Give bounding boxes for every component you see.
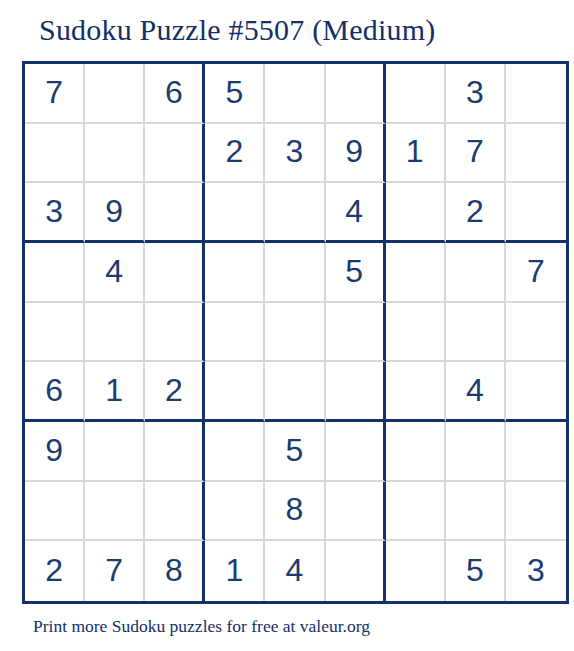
cell-r1c4[interactable]: 5 xyxy=(205,64,265,124)
cell-r6c8[interactable]: 4 xyxy=(446,362,506,422)
cell-r4c7[interactable] xyxy=(386,243,446,303)
cell-r6c6[interactable] xyxy=(326,362,386,422)
cell-r7c3[interactable] xyxy=(145,422,205,482)
cell-r8c1[interactable] xyxy=(25,482,85,542)
cell-r4c2[interactable]: 4 xyxy=(85,243,145,303)
cell-r4c5[interactable] xyxy=(265,243,325,303)
cell-r9c5[interactable]: 4 xyxy=(265,541,325,601)
cell-r5c3[interactable] xyxy=(145,303,205,363)
cell-r1c2[interactable] xyxy=(85,64,145,124)
cell-r8c8[interactable] xyxy=(446,482,506,542)
cell-r8c2[interactable] xyxy=(85,482,145,542)
cell-r2c4[interactable]: 2 xyxy=(205,124,265,184)
page-title: Sudoku Puzzle #5507 (Medium) xyxy=(39,13,435,47)
cell-r9c3[interactable]: 8 xyxy=(145,541,205,601)
cell-r9c8[interactable]: 5 xyxy=(446,541,506,601)
cell-r4c1[interactable] xyxy=(25,243,85,303)
cell-r1c5[interactable] xyxy=(265,64,325,124)
cell-r4c4[interactable] xyxy=(205,243,265,303)
cell-r1c1[interactable]: 7 xyxy=(25,64,85,124)
cell-r3c2[interactable]: 9 xyxy=(85,183,145,243)
cell-r8c7[interactable] xyxy=(386,482,446,542)
cell-r6c9[interactable] xyxy=(506,362,566,422)
cell-r2c9[interactable] xyxy=(506,124,566,184)
cell-r1c6[interactable] xyxy=(326,64,386,124)
cell-r8c5[interactable]: 8 xyxy=(265,482,325,542)
cell-r4c9[interactable]: 7 xyxy=(506,243,566,303)
cell-r7c9[interactable] xyxy=(506,422,566,482)
cell-r2c1[interactable] xyxy=(25,124,85,184)
cell-r5c4[interactable] xyxy=(205,303,265,363)
cell-r6c7[interactable] xyxy=(386,362,446,422)
cell-r5c2[interactable] xyxy=(85,303,145,363)
cell-r9c7[interactable] xyxy=(386,541,446,601)
cell-r7c5[interactable]: 5 xyxy=(265,422,325,482)
footer-text: Print more Sudoku puzzles for free at va… xyxy=(33,616,370,637)
cell-r3c9[interactable] xyxy=(506,183,566,243)
cell-r4c8[interactable] xyxy=(446,243,506,303)
cell-r7c2[interactable] xyxy=(85,422,145,482)
cell-r3c1[interactable]: 3 xyxy=(25,183,85,243)
cell-r2c8[interactable]: 7 xyxy=(446,124,506,184)
cell-r1c9[interactable] xyxy=(506,64,566,124)
cell-r3c4[interactable] xyxy=(205,183,265,243)
cell-r5c7[interactable] xyxy=(386,303,446,363)
cell-r3c6[interactable]: 4 xyxy=(326,183,386,243)
cell-r8c4[interactable] xyxy=(205,482,265,542)
cell-r7c8[interactable] xyxy=(446,422,506,482)
cell-r2c3[interactable] xyxy=(145,124,205,184)
cell-r6c5[interactable] xyxy=(265,362,325,422)
cell-r9c2[interactable]: 7 xyxy=(85,541,145,601)
cell-r3c3[interactable] xyxy=(145,183,205,243)
cell-r9c1[interactable]: 2 xyxy=(25,541,85,601)
cell-r5c6[interactable] xyxy=(326,303,386,363)
cell-r4c6[interactable]: 5 xyxy=(326,243,386,303)
cell-r8c6[interactable] xyxy=(326,482,386,542)
sudoku-grid: 765323917394245761249582781453 xyxy=(22,61,569,604)
cell-r8c3[interactable] xyxy=(145,482,205,542)
cell-r2c2[interactable] xyxy=(85,124,145,184)
cell-r6c4[interactable] xyxy=(205,362,265,422)
cell-r9c6[interactable] xyxy=(326,541,386,601)
cell-r5c8[interactable] xyxy=(446,303,506,363)
cell-r3c5[interactable] xyxy=(265,183,325,243)
cell-r6c1[interactable]: 6 xyxy=(25,362,85,422)
cell-r2c7[interactable]: 1 xyxy=(386,124,446,184)
cell-r9c9[interactable]: 3 xyxy=(506,541,566,601)
cell-r8c9[interactable] xyxy=(506,482,566,542)
cell-r7c6[interactable] xyxy=(326,422,386,482)
cell-r9c4[interactable]: 1 xyxy=(205,541,265,601)
cell-r1c3[interactable]: 6 xyxy=(145,64,205,124)
cell-r4c3[interactable] xyxy=(145,243,205,303)
cell-r7c1[interactable]: 9 xyxy=(25,422,85,482)
cell-r3c8[interactable]: 2 xyxy=(446,183,506,243)
cell-r6c3[interactable]: 2 xyxy=(145,362,205,422)
cell-r2c5[interactable]: 3 xyxy=(265,124,325,184)
cell-r5c9[interactable] xyxy=(506,303,566,363)
cell-r3c7[interactable] xyxy=(386,183,446,243)
cell-r5c5[interactable] xyxy=(265,303,325,363)
cell-r1c8[interactable]: 3 xyxy=(446,64,506,124)
cell-r1c7[interactable] xyxy=(386,64,446,124)
cell-r6c2[interactable]: 1 xyxy=(85,362,145,422)
cell-r7c7[interactable] xyxy=(386,422,446,482)
cell-r5c1[interactable] xyxy=(25,303,85,363)
cell-r2c6[interactable]: 9 xyxy=(326,124,386,184)
cell-r7c4[interactable] xyxy=(205,422,265,482)
